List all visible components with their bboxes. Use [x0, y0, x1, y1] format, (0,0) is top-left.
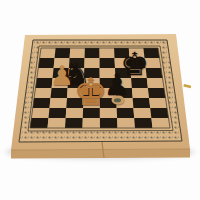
chess-board-photo: ♟♞♚♟♚ [0, 0, 200, 200]
square-e3[interactable] [100, 98, 117, 108]
square-h3[interactable] [149, 98, 167, 108]
square-f4[interactable] [116, 88, 133, 98]
square-a1[interactable] [30, 118, 49, 128]
square-b3[interactable] [50, 98, 68, 108]
square-g8[interactable] [129, 48, 145, 58]
square-h8[interactable] [143, 48, 159, 58]
square-a6[interactable] [37, 68, 54, 78]
square-e7[interactable] [100, 58, 115, 68]
square-h2[interactable] [150, 108, 168, 118]
square-h5[interactable] [147, 78, 164, 88]
square-b4[interactable] [51, 88, 68, 98]
square-g7[interactable] [130, 58, 146, 68]
square-c7[interactable] [69, 58, 85, 68]
square-d4[interactable] [83, 88, 99, 98]
square-e4[interactable] [100, 88, 116, 98]
square-h7[interactable] [145, 58, 162, 68]
square-b1[interactable] [48, 118, 66, 128]
square-h6[interactable] [146, 68, 163, 78]
square-g4[interactable] [132, 88, 149, 98]
square-h1[interactable] [151, 118, 170, 128]
square-d3[interactable] [83, 98, 100, 108]
square-c6[interactable] [68, 68, 84, 78]
square-e8[interactable] [100, 48, 115, 58]
square-e2[interactable] [100, 108, 117, 118]
square-e5[interactable] [100, 78, 116, 88]
square-c8[interactable] [70, 48, 85, 58]
square-e1[interactable] [100, 118, 118, 128]
square-g2[interactable] [133, 108, 151, 118]
square-c2[interactable] [66, 108, 83, 118]
square-g6[interactable] [130, 68, 147, 78]
square-f2[interactable] [117, 108, 135, 118]
square-a4[interactable] [34, 88, 52, 98]
square-f6[interactable] [115, 68, 131, 78]
square-f8[interactable] [114, 48, 129, 58]
square-a8[interactable] [40, 48, 56, 58]
square-g5[interactable] [131, 78, 148, 88]
square-b8[interactable] [55, 48, 71, 58]
brass-latch [183, 84, 191, 88]
square-d5[interactable] [84, 78, 100, 88]
square-d8[interactable] [85, 48, 100, 58]
square-c5[interactable] [68, 78, 84, 88]
square-g1[interactable] [134, 118, 152, 128]
square-g3[interactable] [133, 98, 151, 108]
checkerboard [30, 48, 170, 128]
square-d1[interactable] [83, 118, 101, 128]
square-d6[interactable] [84, 68, 100, 78]
square-b5[interactable] [52, 78, 69, 88]
square-c1[interactable] [65, 118, 83, 128]
square-d2[interactable] [83, 108, 100, 118]
board-graphic [0, 0, 200, 200]
square-a7[interactable] [38, 58, 54, 68]
square-b7[interactable] [54, 58, 70, 68]
square-e6[interactable] [100, 68, 116, 78]
square-d7[interactable] [84, 58, 99, 68]
square-a3[interactable] [33, 98, 51, 108]
square-b6[interactable] [53, 68, 69, 78]
square-c3[interactable] [66, 98, 83, 108]
square-f1[interactable] [117, 118, 135, 128]
square-a2[interactable] [31, 108, 49, 118]
square-b2[interactable] [49, 108, 67, 118]
square-f7[interactable] [115, 58, 131, 68]
square-h4[interactable] [148, 88, 166, 98]
board-front-edge [11, 149, 190, 159]
square-a5[interactable] [36, 78, 53, 88]
square-c4[interactable] [67, 88, 84, 98]
square-f3[interactable] [116, 98, 133, 108]
square-f5[interactable] [115, 78, 131, 88]
